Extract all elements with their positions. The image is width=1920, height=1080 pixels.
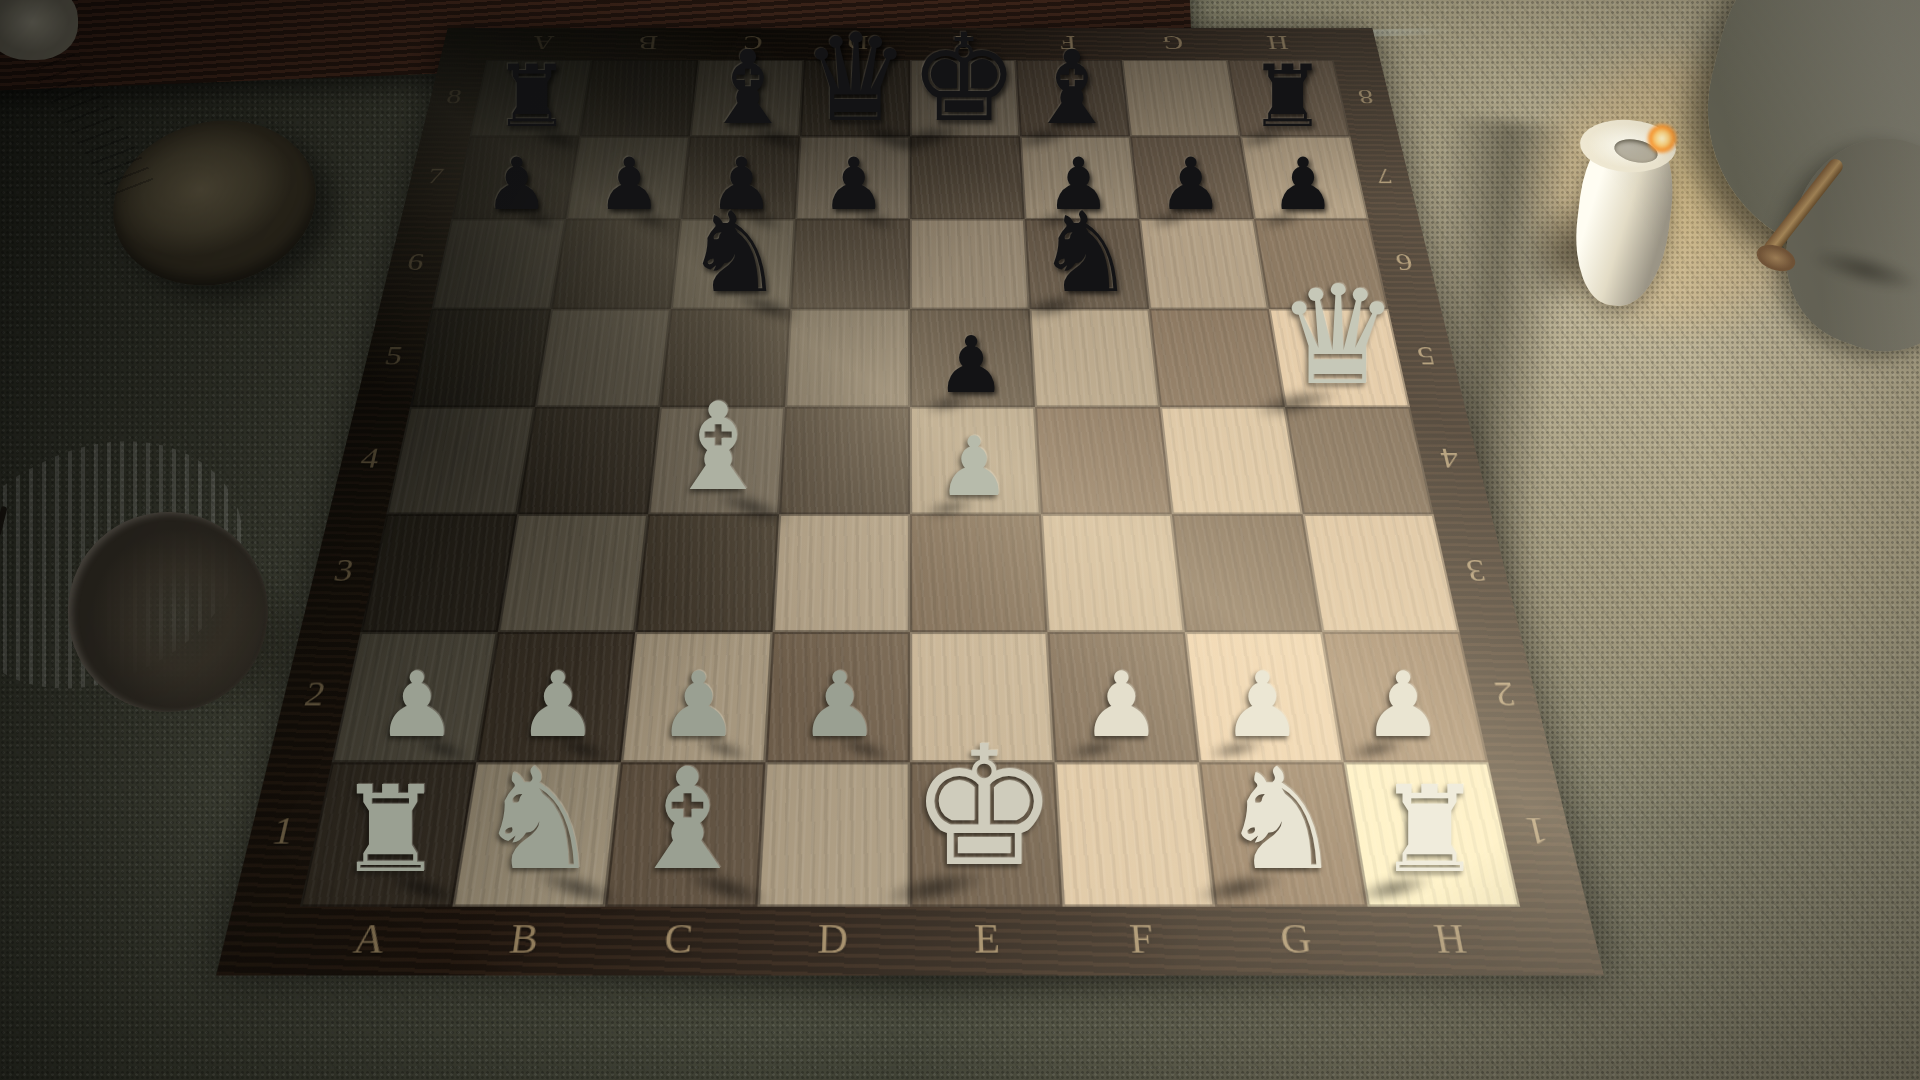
square-d6[interactable] bbox=[790, 219, 910, 309]
piece-white-knight-g1[interactable]: ♞ bbox=[1211, 750, 1351, 890]
square-g3[interactable] bbox=[1172, 514, 1322, 632]
square-a3[interactable] bbox=[360, 514, 517, 632]
square-f4[interactable] bbox=[1035, 407, 1172, 514]
piece-black-bishop-f8[interactable]: ♝ bbox=[1021, 37, 1123, 139]
piece-white-pawn-b2[interactable]: ♟ bbox=[513, 660, 603, 750]
square-a6[interactable] bbox=[432, 219, 566, 309]
square-b4[interactable] bbox=[517, 407, 660, 514]
piece-black-pawn-e5[interactable]: ♟ bbox=[932, 326, 1010, 404]
rank-label-right-2: 2 bbox=[1467, 674, 1544, 713]
rank-label-left-3: 3 bbox=[308, 552, 381, 588]
piece-black-knight-c6[interactable]: ♞ bbox=[679, 197, 790, 308]
square-d3[interactable] bbox=[773, 514, 910, 632]
rank-label-left-7: 7 bbox=[406, 163, 466, 188]
square-b6[interactable] bbox=[551, 219, 681, 309]
rank-label-left-8: 8 bbox=[426, 85, 483, 108]
file-label-bottom-f: F bbox=[1103, 915, 1181, 962]
square-b3[interactable] bbox=[498, 514, 648, 632]
square-c3[interactable] bbox=[635, 514, 779, 632]
piece-black-rook-h8[interactable]: ♜ bbox=[1245, 53, 1331, 139]
square-b5[interactable] bbox=[535, 309, 671, 407]
piece-black-pawn-g7[interactable]: ♟ bbox=[1155, 148, 1227, 220]
rank-label-right-8: 8 bbox=[1337, 85, 1394, 108]
piece-black-knight-f6[interactable]: ♞ bbox=[1030, 197, 1141, 308]
square-f3[interactable] bbox=[1041, 514, 1185, 632]
square-d5[interactable] bbox=[785, 309, 910, 407]
piece-white-knight-b1[interactable]: ♞ bbox=[469, 750, 609, 890]
piece-black-king-e8[interactable]: ♚ bbox=[903, 18, 1024, 139]
piece-white-pawn-c2[interactable]: ♟ bbox=[654, 660, 744, 750]
piece-white-queen-h5[interactable]: ♛ bbox=[1269, 267, 1406, 404]
square-d1[interactable] bbox=[757, 762, 910, 907]
piece-white-bishop-c4[interactable]: ♝ bbox=[658, 387, 779, 508]
file-label-bottom-d: D bbox=[795, 915, 870, 962]
square-d4[interactable] bbox=[779, 407, 910, 514]
piece-white-rook-a1[interactable]: ♜ bbox=[331, 771, 450, 890]
rank-label-right-4: 4 bbox=[1416, 442, 1485, 475]
rank-label-right-3: 3 bbox=[1440, 552, 1513, 588]
square-a5[interactable] bbox=[410, 309, 551, 407]
file-label-bottom-c: C bbox=[639, 915, 717, 962]
rank-label-left-1: 1 bbox=[242, 809, 323, 853]
square-g8[interactable] bbox=[1122, 60, 1241, 136]
piece-white-pawn-a2[interactable]: ♟ bbox=[372, 660, 462, 750]
file-label-bottom-e: E bbox=[950, 915, 1025, 962]
piece-white-bishop-c1[interactable]: ♝ bbox=[617, 750, 757, 890]
piece-white-pawn-e4[interactable]: ♟ bbox=[933, 426, 1015, 508]
candle-stand-base bbox=[95, 100, 333, 307]
piece-black-pawn-a7[interactable]: ♟ bbox=[481, 148, 553, 220]
rank-label-left-6: 6 bbox=[384, 248, 447, 275]
piece-white-king-e1[interactable]: ♚ bbox=[901, 724, 1067, 890]
rank-label-left-4: 4 bbox=[336, 442, 405, 475]
square-f5[interactable] bbox=[1030, 309, 1160, 407]
piece-black-pawn-h7[interactable]: ♟ bbox=[1267, 148, 1339, 220]
square-b8[interactable] bbox=[580, 60, 699, 136]
piece-white-pawn-g2[interactable]: ♟ bbox=[1217, 660, 1307, 750]
piece-white-pawn-h2[interactable]: ♟ bbox=[1358, 660, 1448, 750]
square-g6[interactable] bbox=[1139, 219, 1269, 309]
piece-white-pawn-d2[interactable]: ♟ bbox=[795, 660, 885, 750]
square-h4[interactable] bbox=[1285, 407, 1434, 514]
rank-label-right-7: 7 bbox=[1354, 163, 1414, 188]
square-e6[interactable] bbox=[910, 219, 1030, 309]
file-label-bottom-h: H bbox=[1409, 915, 1492, 962]
rank-label-left-5: 5 bbox=[361, 341, 427, 371]
game-scene: AABBCCDDEEFFGGHH1122334455667788 ♜♝♛♚♝♜♟… bbox=[0, 0, 1920, 1080]
file-label-bottom-a: A bbox=[328, 915, 411, 962]
rank-label-right-1: 1 bbox=[1496, 809, 1577, 853]
piece-black-pawn-d7[interactable]: ♟ bbox=[818, 148, 890, 220]
square-a4[interactable] bbox=[386, 407, 535, 514]
file-label-top-g: G bbox=[1146, 32, 1199, 54]
piece-white-rook-h1[interactable]: ♜ bbox=[1370, 771, 1489, 890]
square-g5[interactable] bbox=[1149, 309, 1285, 407]
rank-label-left-2: 2 bbox=[277, 674, 354, 713]
piece-black-rook-a8[interactable]: ♜ bbox=[489, 53, 575, 139]
piece-white-pawn-f2[interactable]: ♟ bbox=[1076, 660, 1166, 750]
square-f1[interactable] bbox=[1055, 762, 1215, 907]
square-e3[interactable] bbox=[910, 514, 1047, 632]
piece-black-pawn-b7[interactable]: ♟ bbox=[593, 148, 665, 220]
square-g4[interactable] bbox=[1160, 407, 1303, 514]
file-label-top-b: B bbox=[621, 32, 674, 54]
piece-black-queen-d8[interactable]: ♛ bbox=[796, 18, 917, 139]
file-label-bottom-b: B bbox=[484, 915, 565, 962]
piece-black-bishop-c8[interactable]: ♝ bbox=[697, 37, 799, 139]
file-label-bottom-g: G bbox=[1256, 915, 1337, 962]
square-h3[interactable] bbox=[1303, 514, 1460, 632]
